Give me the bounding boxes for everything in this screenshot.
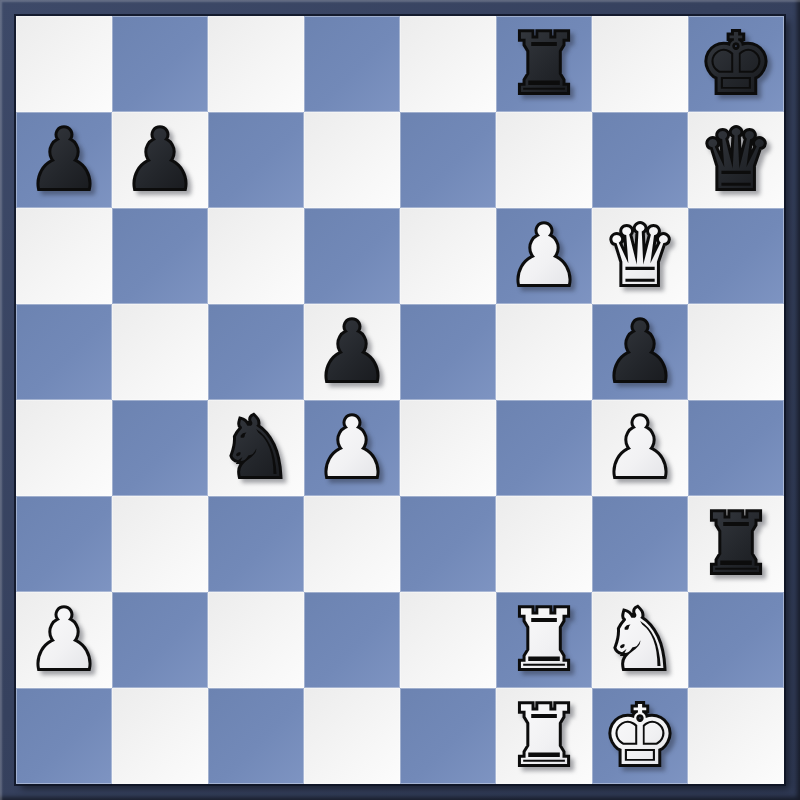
white-pawn-piece[interactable]: ♟♟ <box>16 592 112 688</box>
square-c1[interactable] <box>208 688 304 784</box>
rook-icon: ♜ <box>496 592 592 688</box>
square-h6[interactable] <box>688 208 784 304</box>
king-icon: ♚ <box>688 16 784 112</box>
black-knight-piece[interactable]: ♞♞ <box>208 400 304 496</box>
square-b1[interactable] <box>112 688 208 784</box>
pawn-icon: ♟ <box>16 112 112 208</box>
square-c7[interactable] <box>208 112 304 208</box>
square-d2[interactable] <box>304 592 400 688</box>
square-e1[interactable] <box>400 688 496 784</box>
knight-icon: ♞ <box>208 400 304 496</box>
white-rook-piece[interactable]: ♜♜ <box>496 688 592 784</box>
board-frame: ♜♜♚♚♟♟♟♟♛♛♟♟♛♛♟♟♟♟♞♞♟♟♟♟♜♜♟♟♜♜♞♞♜♜♚♚ <box>0 0 800 800</box>
square-d5[interactable]: ♟♟ <box>304 304 400 400</box>
square-a4[interactable] <box>16 400 112 496</box>
pawn-icon: ♟ <box>592 400 688 496</box>
square-a3[interactable] <box>16 496 112 592</box>
square-c6[interactable] <box>208 208 304 304</box>
square-b4[interactable] <box>112 400 208 496</box>
white-knight-piece[interactable]: ♞♞ <box>592 592 688 688</box>
square-h1[interactable] <box>688 688 784 784</box>
square-a2[interactable]: ♟♟ <box>16 592 112 688</box>
square-h2[interactable] <box>688 592 784 688</box>
rook-icon: ♜ <box>688 496 784 592</box>
white-king-piece[interactable]: ♚♚ <box>592 688 688 784</box>
square-b6[interactable] <box>112 208 208 304</box>
square-c5[interactable] <box>208 304 304 400</box>
square-c8[interactable] <box>208 16 304 112</box>
square-f3[interactable] <box>496 496 592 592</box>
square-b3[interactable] <box>112 496 208 592</box>
square-d1[interactable] <box>304 688 400 784</box>
square-a8[interactable] <box>16 16 112 112</box>
square-h5[interactable] <box>688 304 784 400</box>
pawn-icon: ♟ <box>304 400 400 496</box>
square-e5[interactable] <box>400 304 496 400</box>
square-g6[interactable]: ♛♛ <box>592 208 688 304</box>
black-pawn-piece[interactable]: ♟♟ <box>112 112 208 208</box>
pawn-icon: ♟ <box>304 304 400 400</box>
square-d6[interactable] <box>304 208 400 304</box>
pawn-icon: ♟ <box>592 304 688 400</box>
square-e6[interactable] <box>400 208 496 304</box>
square-a6[interactable] <box>16 208 112 304</box>
king-icon: ♚ <box>592 688 688 784</box>
black-pawn-piece[interactable]: ♟♟ <box>304 304 400 400</box>
square-e3[interactable] <box>400 496 496 592</box>
square-g8[interactable] <box>592 16 688 112</box>
square-c3[interactable] <box>208 496 304 592</box>
black-king-piece[interactable]: ♚♚ <box>688 16 784 112</box>
square-c4[interactable]: ♞♞ <box>208 400 304 496</box>
black-queen-piece[interactable]: ♛♛ <box>688 112 784 208</box>
black-rook-piece[interactable]: ♜♜ <box>688 496 784 592</box>
rook-icon: ♜ <box>496 688 592 784</box>
square-g3[interactable] <box>592 496 688 592</box>
square-h4[interactable] <box>688 400 784 496</box>
square-f7[interactable] <box>496 112 592 208</box>
square-c2[interactable] <box>208 592 304 688</box>
white-rook-piece[interactable]: ♜♜ <box>496 592 592 688</box>
square-h3[interactable]: ♜♜ <box>688 496 784 592</box>
square-g1[interactable]: ♚♚ <box>592 688 688 784</box>
square-d7[interactable] <box>304 112 400 208</box>
square-e4[interactable] <box>400 400 496 496</box>
square-g5[interactable]: ♟♟ <box>592 304 688 400</box>
square-g2[interactable]: ♞♞ <box>592 592 688 688</box>
square-f8[interactable]: ♜♜ <box>496 16 592 112</box>
chess-board: ♜♜♚♚♟♟♟♟♛♛♟♟♛♛♟♟♟♟♞♞♟♟♟♟♜♜♟♟♜♜♞♞♜♜♚♚ <box>16 16 784 784</box>
square-a7[interactable]: ♟♟ <box>16 112 112 208</box>
square-g7[interactable] <box>592 112 688 208</box>
square-d3[interactable] <box>304 496 400 592</box>
pawn-icon: ♟ <box>112 112 208 208</box>
square-d8[interactable] <box>304 16 400 112</box>
white-pawn-piece[interactable]: ♟♟ <box>592 400 688 496</box>
square-b5[interactable] <box>112 304 208 400</box>
square-f1[interactable]: ♜♜ <box>496 688 592 784</box>
square-b2[interactable] <box>112 592 208 688</box>
white-pawn-piece[interactable]: ♟♟ <box>304 400 400 496</box>
square-f2[interactable]: ♜♜ <box>496 592 592 688</box>
queen-icon: ♛ <box>592 208 688 304</box>
square-f4[interactable] <box>496 400 592 496</box>
queen-icon: ♛ <box>688 112 784 208</box>
square-e8[interactable] <box>400 16 496 112</box>
knight-icon: ♞ <box>592 592 688 688</box>
black-rook-piece[interactable]: ♜♜ <box>496 16 592 112</box>
square-g4[interactable]: ♟♟ <box>592 400 688 496</box>
pawn-icon: ♟ <box>496 208 592 304</box>
white-queen-piece[interactable]: ♛♛ <box>592 208 688 304</box>
rook-icon: ♜ <box>496 16 592 112</box>
pawn-icon: ♟ <box>16 592 112 688</box>
square-a5[interactable] <box>16 304 112 400</box>
square-e2[interactable] <box>400 592 496 688</box>
square-a1[interactable] <box>16 688 112 784</box>
square-d4[interactable]: ♟♟ <box>304 400 400 496</box>
black-pawn-piece[interactable]: ♟♟ <box>16 112 112 208</box>
white-pawn-piece[interactable]: ♟♟ <box>496 208 592 304</box>
black-pawn-piece[interactable]: ♟♟ <box>592 304 688 400</box>
square-f5[interactable] <box>496 304 592 400</box>
square-b7[interactable]: ♟♟ <box>112 112 208 208</box>
square-h7[interactable]: ♛♛ <box>688 112 784 208</box>
square-b8[interactable] <box>112 16 208 112</box>
square-e7[interactable] <box>400 112 496 208</box>
square-f6[interactable]: ♟♟ <box>496 208 592 304</box>
square-h8[interactable]: ♚♚ <box>688 16 784 112</box>
